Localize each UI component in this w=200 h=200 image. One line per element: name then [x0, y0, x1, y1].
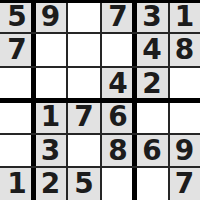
cell-r1c1[interactable]: 5	[0, 0, 34, 33]
cell-r1c6[interactable]: 1	[169, 0, 200, 33]
sudoku-board: 597317484217638691257	[0, 0, 200, 200]
cell-r5c5[interactable]: 6	[135, 134, 169, 167]
cell-r4c4[interactable]: 6	[101, 100, 135, 134]
cell-r3c4[interactable]: 4	[101, 67, 135, 100]
cell-r4c6[interactable]	[169, 100, 200, 134]
cell-r6c6[interactable]: 7	[169, 167, 200, 200]
cell-r5c4[interactable]: 8	[101, 134, 135, 167]
cell-r2c1[interactable]: 7	[0, 33, 34, 67]
cell-r5c6[interactable]: 9	[169, 134, 200, 167]
cell-r2c3[interactable]	[67, 33, 101, 67]
cell-r5c1[interactable]	[0, 134, 34, 167]
cell-r5c2[interactable]: 3	[34, 134, 67, 167]
cell-r6c5[interactable]	[135, 167, 169, 200]
cell-r1c3[interactable]	[67, 0, 101, 33]
cell-r2c2[interactable]	[34, 33, 67, 67]
cell-r3c5[interactable]: 2	[135, 67, 169, 100]
cell-r4c5[interactable]	[135, 100, 169, 134]
cell-r2c6[interactable]: 8	[169, 33, 200, 67]
cell-r6c4[interactable]	[101, 167, 135, 200]
cell-r3c3[interactable]	[67, 67, 101, 100]
sudoku-cells: 597317484217638691257	[0, 0, 200, 200]
cell-r3c6[interactable]	[169, 67, 200, 100]
cell-r1c5[interactable]: 3	[135, 0, 169, 33]
cell-r4c2[interactable]: 1	[34, 100, 67, 134]
cell-r6c2[interactable]: 2	[34, 167, 67, 200]
cell-r6c1[interactable]: 1	[0, 167, 34, 200]
cell-r4c3[interactable]: 7	[67, 100, 101, 134]
cell-r1c2[interactable]: 9	[34, 0, 67, 33]
cell-r1c4[interactable]: 7	[101, 0, 135, 33]
cell-r4c1[interactable]	[0, 100, 34, 134]
cell-r6c3[interactable]: 5	[67, 167, 101, 200]
cell-r2c4[interactable]	[101, 33, 135, 67]
cell-r5c3[interactable]	[67, 134, 101, 167]
cell-r3c2[interactable]	[34, 67, 67, 100]
cell-r2c5[interactable]: 4	[135, 33, 169, 67]
cell-r3c1[interactable]	[0, 67, 34, 100]
